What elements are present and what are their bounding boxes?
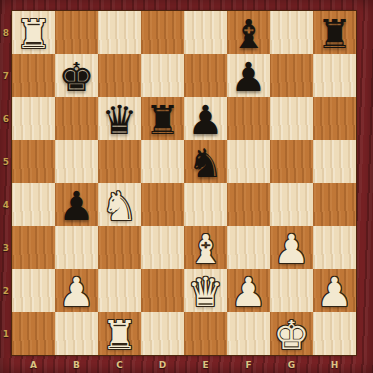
chess-board: ♜♝♜♚♟♛♜♟♞♟♞♝♟♟♛♟♟♜♚ <box>12 11 356 355</box>
rank-label-1: 1 <box>0 312 12 355</box>
white-pawn[interactable]: ♟ <box>317 272 353 312</box>
square-f7[interactable]: ♟ <box>227 54 270 97</box>
square-d4[interactable] <box>141 183 184 226</box>
file-label-c: C <box>98 355 141 373</box>
square-d3[interactable] <box>141 226 184 269</box>
square-h5[interactable] <box>313 140 356 183</box>
square-b7[interactable]: ♚ <box>55 54 98 97</box>
white-pawn[interactable]: ♟ <box>231 272 267 312</box>
square-e7[interactable] <box>184 54 227 97</box>
rank-label-7: 7 <box>0 54 12 97</box>
rank-label-4: 4 <box>0 183 12 226</box>
square-c6[interactable]: ♛ <box>98 97 141 140</box>
white-knight[interactable]: ♞ <box>102 186 138 226</box>
square-b8[interactable] <box>55 11 98 54</box>
square-b5[interactable] <box>55 140 98 183</box>
square-f4[interactable] <box>227 183 270 226</box>
file-label-a: A <box>12 355 55 373</box>
black-pawn[interactable]: ♟ <box>188 100 224 140</box>
square-a5[interactable] <box>12 140 55 183</box>
square-b3[interactable] <box>55 226 98 269</box>
black-knight[interactable]: ♞ <box>188 143 224 183</box>
square-e5[interactable]: ♞ <box>184 140 227 183</box>
file-labels: ABCDEFGH <box>12 355 356 373</box>
square-b4[interactable]: ♟ <box>55 183 98 226</box>
square-h4[interactable] <box>313 183 356 226</box>
square-f1[interactable] <box>227 312 270 355</box>
square-e2[interactable]: ♛ <box>184 269 227 312</box>
file-label-d: D <box>141 355 184 373</box>
square-a1[interactable] <box>12 312 55 355</box>
square-g2[interactable] <box>270 269 313 312</box>
square-c5[interactable] <box>98 140 141 183</box>
square-c7[interactable] <box>98 54 141 97</box>
square-h2[interactable]: ♟ <box>313 269 356 312</box>
square-g6[interactable] <box>270 97 313 140</box>
square-b6[interactable] <box>55 97 98 140</box>
rank-label-5: 5 <box>0 140 12 183</box>
square-h7[interactable] <box>313 54 356 97</box>
black-rook[interactable]: ♜ <box>317 14 353 54</box>
black-queen[interactable]: ♛ <box>102 100 138 140</box>
white-pawn[interactable]: ♟ <box>59 272 95 312</box>
square-b1[interactable] <box>55 312 98 355</box>
square-d6[interactable]: ♜ <box>141 97 184 140</box>
square-d5[interactable] <box>141 140 184 183</box>
black-bishop[interactable]: ♝ <box>231 14 267 54</box>
square-e8[interactable] <box>184 11 227 54</box>
white-bishop[interactable]: ♝ <box>188 229 224 269</box>
square-g7[interactable] <box>270 54 313 97</box>
white-pawn[interactable]: ♟ <box>274 229 310 269</box>
square-g8[interactable] <box>270 11 313 54</box>
white-rook[interactable]: ♜ <box>16 14 52 54</box>
square-c3[interactable] <box>98 226 141 269</box>
file-label-f: F <box>227 355 270 373</box>
square-h1[interactable] <box>313 312 356 355</box>
square-c8[interactable] <box>98 11 141 54</box>
rank-label-3: 3 <box>0 226 12 269</box>
square-h6[interactable] <box>313 97 356 140</box>
square-e1[interactable] <box>184 312 227 355</box>
white-rook[interactable]: ♜ <box>102 315 138 355</box>
square-g5[interactable] <box>270 140 313 183</box>
square-g3[interactable]: ♟ <box>270 226 313 269</box>
square-f8[interactable]: ♝ <box>227 11 270 54</box>
square-f5[interactable] <box>227 140 270 183</box>
square-e6[interactable]: ♟ <box>184 97 227 140</box>
square-a6[interactable] <box>12 97 55 140</box>
white-king[interactable]: ♚ <box>274 315 310 355</box>
black-rook[interactable]: ♜ <box>145 100 181 140</box>
rank-labels: 87654321 <box>0 11 12 355</box>
square-a3[interactable] <box>12 226 55 269</box>
rank-label-8: 8 <box>0 11 12 54</box>
square-b2[interactable]: ♟ <box>55 269 98 312</box>
square-d7[interactable] <box>141 54 184 97</box>
square-e3[interactable]: ♝ <box>184 226 227 269</box>
square-d1[interactable] <box>141 312 184 355</box>
square-d2[interactable] <box>141 269 184 312</box>
square-h3[interactable] <box>313 226 356 269</box>
rank-label-2: 2 <box>0 269 12 312</box>
square-a4[interactable] <box>12 183 55 226</box>
square-g4[interactable] <box>270 183 313 226</box>
square-c2[interactable] <box>98 269 141 312</box>
black-king[interactable]: ♚ <box>59 57 95 97</box>
square-a8[interactable]: ♜ <box>12 11 55 54</box>
square-g1[interactable]: ♚ <box>270 312 313 355</box>
file-label-g: G <box>270 355 313 373</box>
file-label-b: B <box>55 355 98 373</box>
black-pawn[interactable]: ♟ <box>59 186 95 226</box>
white-queen[interactable]: ♛ <box>188 272 224 312</box>
square-f6[interactable] <box>227 97 270 140</box>
square-e4[interactable] <box>184 183 227 226</box>
rank-label-6: 6 <box>0 97 12 140</box>
square-h8[interactable]: ♜ <box>313 11 356 54</box>
square-c4[interactable]: ♞ <box>98 183 141 226</box>
square-d8[interactable] <box>141 11 184 54</box>
square-a2[interactable] <box>12 269 55 312</box>
file-label-e: E <box>184 355 227 373</box>
square-f2[interactable]: ♟ <box>227 269 270 312</box>
black-pawn[interactable]: ♟ <box>231 57 267 97</box>
square-f3[interactable] <box>227 226 270 269</box>
square-a7[interactable] <box>12 54 55 97</box>
file-label-h: H <box>313 355 356 373</box>
square-c1[interactable]: ♜ <box>98 312 141 355</box>
board-frame: 87654321 ♜♝♜♚♟♛♜♟♞♟♞♝♟♟♛♟♟♜♚ ABCDEFGH <box>0 0 373 373</box>
